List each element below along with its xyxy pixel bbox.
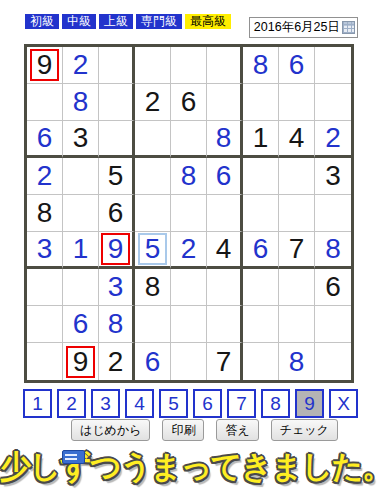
cell-digit: 2	[145, 88, 161, 116]
sudoku-cell-r7c2[interactable]	[63, 269, 99, 306]
cell-digit: 4	[289, 124, 305, 152]
sudoku-cell-r4c8[interactable]	[279, 158, 315, 195]
sudoku-cell-r6c8[interactable]: 7	[279, 232, 315, 269]
sudoku-cell-r5c3[interactable]: 6	[99, 195, 135, 232]
cell-digit: 8	[37, 199, 53, 227]
sudoku-cell-r1c9[interactable]	[315, 47, 351, 84]
numpad-button-7[interactable]: 7	[227, 389, 256, 418]
sudoku-cell-r5c7[interactable]	[243, 195, 279, 232]
cell-digit: 6	[325, 273, 341, 301]
cell-digit: 3	[325, 162, 341, 190]
sudoku-cell-r6c6[interactable]: 4	[207, 232, 243, 269]
red-highlight-box: 9	[30, 49, 59, 81]
sudoku-cell-r8c4[interactable]	[135, 306, 171, 343]
cell-digit: 6	[181, 88, 197, 116]
check-button[interactable]: チェック	[271, 419, 338, 441]
sudoku-cell-r4c1[interactable]: 2	[27, 158, 63, 195]
cell-digit: 6	[253, 235, 269, 263]
cell-digit: 5	[145, 235, 161, 263]
cell-digit: 2	[108, 348, 124, 376]
cell-digit: 4	[216, 235, 232, 263]
sudoku-cell-r9c3[interactable]: 2	[99, 343, 135, 380]
numpad-clear-button[interactable]: X	[329, 389, 358, 418]
cell-digit: 1	[253, 124, 269, 152]
sudoku-cell-r2c9[interactable]	[315, 84, 351, 121]
sudoku-cell-r9c5[interactable]	[171, 343, 207, 380]
sudoku-cell-r4c4[interactable]	[135, 158, 171, 195]
sudoku-cell-r2c8[interactable]	[279, 84, 315, 121]
cell-digit: 8	[289, 348, 305, 376]
level-tab-bar: 初級中級上級専門級最高級	[25, 14, 231, 29]
sudoku-cell-r5c5[interactable]	[171, 195, 207, 232]
sudoku-cell-r1c2[interactable]: 2	[63, 47, 99, 84]
sudoku-cell-r5c2[interactable]	[63, 195, 99, 232]
cell-digit: 9	[108, 235, 124, 263]
cell-digit: 8	[253, 51, 269, 79]
cell-digit: 9	[37, 51, 53, 79]
cell-digit: 6	[73, 310, 89, 338]
sudoku-cell-r3c7[interactable]: 1	[243, 121, 279, 158]
sudoku-cell-r3c1[interactable]: 6	[27, 121, 63, 158]
sudoku-cell-r8c5[interactable]	[171, 306, 207, 343]
red-highlight-box: 9	[101, 233, 130, 265]
sudoku-cell-r5c4[interactable]	[135, 195, 171, 232]
sudoku-cell-r3c6[interactable]: 8	[207, 121, 243, 158]
sudoku-cell-r3c3[interactable]	[99, 121, 135, 158]
cell-digit: 6	[108, 199, 124, 227]
sudoku-cell-r2c6[interactable]	[207, 84, 243, 121]
cell-digit: 8	[73, 88, 89, 116]
sudoku-cell-r7c9[interactable]: 6	[315, 269, 351, 306]
numpad-button-4[interactable]: 4	[125, 389, 154, 418]
sudoku-cell-r5c1[interactable]: 8	[27, 195, 63, 232]
sudoku-cell-r8c8[interactable]	[279, 306, 315, 343]
sudoku-cell-r7c8[interactable]	[279, 269, 315, 306]
sudoku-cell-r9c9[interactable]	[315, 343, 351, 380]
small-blue-icon	[62, 450, 85, 464]
sudoku-cell-r7c7[interactable]	[243, 269, 279, 306]
sudoku-cell-r8c2[interactable]: 6	[63, 306, 99, 343]
sudoku-cell-r9c8[interactable]: 8	[279, 343, 315, 380]
cell-digit: 7	[289, 235, 305, 263]
sudoku-cell-r7c5[interactable]	[171, 269, 207, 306]
sudoku-cell-r1c6[interactable]	[207, 47, 243, 84]
cell-digit: 8	[145, 273, 161, 301]
numpad-button-9[interactable]: 9	[295, 389, 324, 418]
print-button[interactable]: 印刷	[162, 419, 204, 441]
cell-digit: 2	[73, 51, 89, 79]
calendar-icon[interactable]	[342, 21, 355, 34]
cell-digit: 8	[325, 235, 341, 263]
sudoku-cell-r8c9[interactable]	[315, 306, 351, 343]
answer-button[interactable]: 答え	[216, 419, 258, 441]
sudoku-cell-r7c3[interactable]: 3	[99, 269, 135, 306]
sudoku-cell-r2c7[interactable]	[243, 84, 279, 121]
sudoku-cell-r4c3[interactable]: 5	[99, 158, 135, 195]
sudoku-cell-r8c6[interactable]	[207, 306, 243, 343]
sudoku-cell-r2c1[interactable]	[27, 84, 63, 121]
sudoku-cell-r9c7[interactable]	[243, 343, 279, 380]
sudoku-cell-r5c9[interactable]	[315, 195, 351, 232]
numpad-button-5[interactable]: 5	[159, 389, 188, 418]
sudoku-cell-r2c5[interactable]: 6	[171, 84, 207, 121]
sudoku-cell-r9c4[interactable]: 6	[135, 343, 171, 380]
sudoku-cell-r6c5[interactable]: 2	[171, 232, 207, 269]
sudoku-cell-r3c5[interactable]	[171, 121, 207, 158]
sudoku-cell-r8c1[interactable]	[27, 306, 63, 343]
restart-button[interactable]: はじめから	[71, 419, 150, 441]
cell-digit: 3	[108, 273, 124, 301]
sudoku-cell-r7c6[interactable]	[207, 269, 243, 306]
sudoku-cell-r4c9[interactable]: 3	[315, 158, 351, 195]
cell-digit: 9	[73, 348, 89, 376]
sudoku-cell-r1c4[interactable]	[135, 47, 171, 84]
sudoku-cell-r4c5[interactable]: 8	[171, 158, 207, 195]
cell-digit: 3	[73, 124, 89, 152]
sudoku-board: 928682663814225863863195246783866892678	[24, 44, 354, 383]
sudoku-cell-r5c8[interactable]	[279, 195, 315, 232]
selected-cell-box: 5	[138, 233, 167, 265]
sudoku-cell-r8c7[interactable]	[243, 306, 279, 343]
numpad-button-1[interactable]: 1	[23, 389, 52, 418]
numpad-button-3[interactable]: 3	[91, 389, 120, 418]
sudoku-cell-r3c8[interactable]: 4	[279, 121, 315, 158]
sudoku-cell-r4c7[interactable]	[243, 158, 279, 195]
sudoku-cell-r2c3[interactable]	[99, 84, 135, 121]
cell-digit: 6	[289, 51, 305, 79]
control-button-row: はじめから印刷答えチェック	[71, 419, 338, 441]
tab-beginner[interactable]: 初級	[25, 14, 59, 29]
cell-digit: 8	[108, 310, 124, 338]
cell-digit: 5	[108, 162, 124, 190]
sudoku-cell-r4c6[interactable]: 6	[207, 158, 243, 195]
sudoku-cell-r9c1[interactable]	[27, 343, 63, 380]
cell-digit: 7	[216, 348, 232, 376]
sudoku-cell-r3c9[interactable]: 2	[315, 121, 351, 158]
sudoku-cell-r6c2[interactable]: 1	[63, 232, 99, 269]
sudoku-cell-r4c2[interactable]	[63, 158, 99, 195]
cell-digit: 8	[181, 162, 197, 190]
sudoku-cell-r6c4[interactable]: 5	[135, 232, 171, 269]
sudoku-cell-r9c2[interactable]: 9	[63, 343, 99, 380]
status-message: 少しずつうまってきました。	[0, 446, 387, 488]
numpad-button-8[interactable]: 8	[261, 389, 290, 418]
cell-digit: 2	[325, 124, 341, 152]
cell-digit: 3	[37, 235, 53, 263]
sudoku-cell-r6c7[interactable]: 6	[243, 232, 279, 269]
tab-highest[interactable]: 最高級	[185, 14, 231, 29]
tab-advanced[interactable]: 上級	[99, 14, 133, 29]
sudoku-cell-r5c6[interactable]	[207, 195, 243, 232]
sudoku-cell-r7c4[interactable]: 8	[135, 269, 171, 306]
tab-intermediate[interactable]: 中級	[62, 14, 96, 29]
date-value: 2016年6月25日	[254, 19, 340, 36]
sudoku-cell-r6c3[interactable]: 9	[99, 232, 135, 269]
numpad-button-2[interactable]: 2	[57, 389, 86, 418]
number-pad: 123456789X	[23, 389, 358, 418]
cell-digit: 1	[73, 235, 89, 263]
sudoku-cell-r7c1[interactable]	[27, 269, 63, 306]
sudoku-cell-r6c9[interactable]: 8	[315, 232, 351, 269]
sudoku-cell-r3c4[interactable]	[135, 121, 171, 158]
sudoku-cell-r2c4[interactable]: 2	[135, 84, 171, 121]
sudoku-cell-r2c2[interactable]: 8	[63, 84, 99, 121]
sudoku-cell-r1c7[interactable]: 8	[243, 47, 279, 84]
cell-digit: 6	[37, 124, 53, 152]
sudoku-cell-r3c2[interactable]: 3	[63, 121, 99, 158]
date-field[interactable]: 2016年6月25日	[249, 17, 358, 38]
sudoku-cell-r6c1[interactable]: 3	[27, 232, 63, 269]
sudoku-cell-r1c1[interactable]: 9	[27, 47, 63, 84]
cell-digit: 2	[181, 235, 197, 263]
sudoku-cell-r1c3[interactable]	[99, 47, 135, 84]
cell-digit: 6	[216, 162, 232, 190]
numpad-button-6[interactable]: 6	[193, 389, 222, 418]
sudoku-cell-r9c6[interactable]: 7	[207, 343, 243, 380]
sudoku-cell-r1c5[interactable]	[171, 47, 207, 84]
sudoku-cell-r1c8[interactable]: 6	[279, 47, 315, 84]
tab-expert[interactable]: 専門級	[136, 14, 182, 29]
cell-digit: 6	[145, 348, 161, 376]
cell-digit: 8	[216, 124, 232, 152]
sudoku-cell-r8c3[interactable]: 8	[99, 306, 135, 343]
cell-digit: 2	[37, 162, 53, 190]
red-highlight-box: 9	[66, 346, 95, 378]
